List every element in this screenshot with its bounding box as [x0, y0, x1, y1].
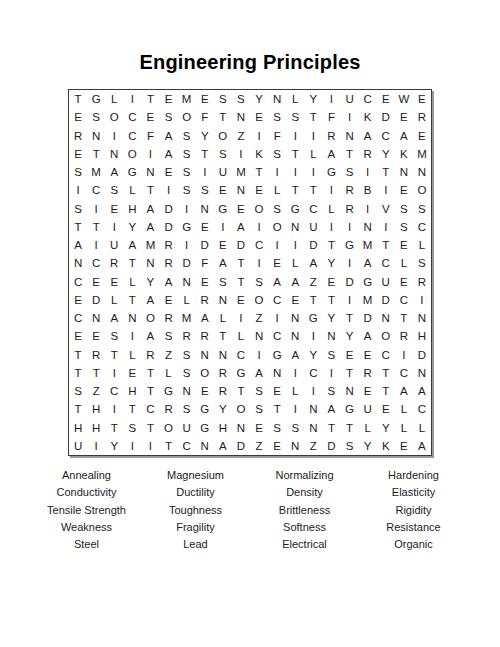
grid-cell-r4c16[interactable]: T: [341, 145, 359, 163]
grid-cell-r15c17[interactable]: E: [359, 346, 377, 364]
grid-cell-r20c15[interactable]: D: [322, 437, 340, 455]
grid-cell-r12c1[interactable]: E: [69, 291, 87, 309]
grid-cell-r3c16[interactable]: N: [341, 127, 359, 145]
grid-cell-r1c9[interactable]: S: [214, 90, 232, 108]
grid-cell-r18c20[interactable]: C: [413, 400, 431, 418]
grid-cell-r19c2[interactable]: H: [87, 419, 105, 437]
grid-cell-r2c15[interactable]: F: [322, 108, 340, 126]
grid-cell-r7c15[interactable]: L: [322, 200, 340, 218]
grid-cell-r6c8[interactable]: S: [196, 181, 214, 199]
grid-cell-r10c8[interactable]: F: [196, 254, 214, 272]
grid-cell-r11c15[interactable]: E: [322, 273, 340, 291]
grid-cell-r15c19[interactable]: I: [395, 346, 413, 364]
grid-cell-r17c11[interactable]: S: [250, 382, 268, 400]
grid-cell-r20c6[interactable]: T: [160, 437, 178, 455]
grid-cell-r5c15[interactable]: G: [322, 163, 340, 181]
grid-cell-r12c11[interactable]: O: [250, 291, 268, 309]
grid-cell-r10c19[interactable]: L: [395, 254, 413, 272]
grid-cell-r5c19[interactable]: N: [395, 163, 413, 181]
grid-cell-r3c15[interactable]: R: [322, 127, 340, 145]
grid-cell-r4c9[interactable]: S: [214, 145, 232, 163]
grid-cell-r4c15[interactable]: A: [322, 145, 340, 163]
grid-cell-r6c2[interactable]: C: [87, 181, 105, 199]
grid-cell-r4c11[interactable]: K: [250, 145, 268, 163]
grid-cell-r19c6[interactable]: O: [160, 419, 178, 437]
grid-cell-r19c16[interactable]: T: [341, 419, 359, 437]
grid-cell-r6c6[interactable]: I: [160, 181, 178, 199]
grid-cell-r8c7[interactable]: G: [178, 218, 196, 236]
grid-cell-r1c5[interactable]: T: [141, 90, 159, 108]
grid-cell-r15c15[interactable]: S: [322, 346, 340, 364]
grid-cell-r6c4[interactable]: L: [123, 181, 141, 199]
grid-cell-r11c18[interactable]: U: [377, 273, 395, 291]
grid-cell-r13c10[interactable]: I: [232, 309, 250, 327]
grid-cell-r9c1[interactable]: A: [69, 236, 87, 254]
grid-cell-r14c17[interactable]: A: [359, 327, 377, 345]
grid-cell-r11c11[interactable]: S: [250, 273, 268, 291]
grid-cell-r10c6[interactable]: R: [160, 254, 178, 272]
grid-cell-r16c17[interactable]: R: [359, 364, 377, 382]
grid-cell-r2c6[interactable]: S: [160, 108, 178, 126]
grid-cell-r10c1[interactable]: N: [69, 254, 87, 272]
grid-cell-r5c1[interactable]: S: [69, 163, 87, 181]
grid-cell-r11c9[interactable]: S: [214, 273, 232, 291]
grid-cell-r1c4[interactable]: I: [123, 90, 141, 108]
grid-cell-r17c10[interactable]: T: [232, 382, 250, 400]
grid-cell-r3c9[interactable]: O: [214, 127, 232, 145]
grid-cell-r10c7[interactable]: D: [178, 254, 196, 272]
grid-cell-r2c1[interactable]: E: [69, 108, 87, 126]
grid-cell-r5c8[interactable]: I: [196, 163, 214, 181]
grid-cell-r20c7[interactable]: C: [178, 437, 196, 455]
grid-cell-r8c20[interactable]: C: [413, 218, 431, 236]
grid-cell-r11c20[interactable]: R: [413, 273, 431, 291]
grid-cell-r11c10[interactable]: T: [232, 273, 250, 291]
grid-cell-r11c6[interactable]: A: [160, 273, 178, 291]
grid-cell-r20c10[interactable]: D: [232, 437, 250, 455]
grid-cell-r20c4[interactable]: I: [123, 437, 141, 455]
grid-cell-r20c13[interactable]: N: [286, 437, 304, 455]
grid-cell-r17c2[interactable]: Z: [87, 382, 105, 400]
grid-cell-r20c17[interactable]: Y: [359, 437, 377, 455]
grid-cell-r10c3[interactable]: R: [105, 254, 123, 272]
grid-cell-r1c17[interactable]: C: [359, 90, 377, 108]
grid-cell-r16c4[interactable]: E: [123, 364, 141, 382]
grid-cell-r16c11[interactable]: A: [250, 364, 268, 382]
grid-cell-r8c1[interactable]: T: [69, 218, 87, 236]
grid-cell-r7c6[interactable]: D: [160, 200, 178, 218]
grid-cell-r8c5[interactable]: A: [141, 218, 159, 236]
grid-cell-r5c13[interactable]: I: [286, 163, 304, 181]
grid-cell-r3c20[interactable]: E: [413, 127, 431, 145]
grid-cell-r2c3[interactable]: O: [105, 108, 123, 126]
grid-cell-r15c5[interactable]: R: [141, 346, 159, 364]
grid-cell-r14c10[interactable]: L: [232, 327, 250, 345]
grid-cell-r14c15[interactable]: N: [322, 327, 340, 345]
grid-cell-r10c16[interactable]: I: [341, 254, 359, 272]
grid-cell-r15c16[interactable]: E: [341, 346, 359, 364]
grid-cell-r19c7[interactable]: U: [178, 419, 196, 437]
grid-cell-r12c20[interactable]: I: [413, 291, 431, 309]
grid-cell-r9c14[interactable]: D: [304, 236, 322, 254]
grid-cell-r18c8[interactable]: G: [196, 400, 214, 418]
grid-cell-r12c4[interactable]: T: [123, 291, 141, 309]
grid-cell-r11c19[interactable]: E: [395, 273, 413, 291]
grid-cell-r8c13[interactable]: N: [286, 218, 304, 236]
grid-cell-r4c6[interactable]: A: [160, 145, 178, 163]
grid-cell-r10c4[interactable]: T: [123, 254, 141, 272]
grid-cell-r1c3[interactable]: L: [105, 90, 123, 108]
grid-cell-r6c11[interactable]: E: [250, 181, 268, 199]
grid-cell-r6c19[interactable]: E: [395, 181, 413, 199]
grid-cell-r2c17[interactable]: K: [359, 108, 377, 126]
grid-cell-r20c9[interactable]: A: [214, 437, 232, 455]
grid-cell-r16c7[interactable]: S: [178, 364, 196, 382]
grid-cell-r13c14[interactable]: G: [304, 309, 322, 327]
grid-cell-r1c11[interactable]: Y: [250, 90, 268, 108]
grid-cell-r12c16[interactable]: I: [341, 291, 359, 309]
grid-cell-r11c17[interactable]: G: [359, 273, 377, 291]
grid-cell-r5c5[interactable]: N: [141, 163, 159, 181]
grid-cell-r13c18[interactable]: N: [377, 309, 395, 327]
grid-cell-r3c13[interactable]: I: [286, 127, 304, 145]
grid-cell-r17c18[interactable]: T: [377, 382, 395, 400]
grid-cell-r14c14[interactable]: I: [304, 327, 322, 345]
grid-cell-r12c12[interactable]: C: [268, 291, 286, 309]
grid-cell-r9c5[interactable]: M: [141, 236, 159, 254]
grid-cell-r13c19[interactable]: T: [395, 309, 413, 327]
grid-cell-r4c2[interactable]: T: [87, 145, 105, 163]
grid-cell-r17c5[interactable]: T: [141, 382, 159, 400]
grid-cell-r8c18[interactable]: I: [377, 218, 395, 236]
grid-cell-r13c6[interactable]: R: [160, 309, 178, 327]
grid-cell-r11c5[interactable]: Y: [141, 273, 159, 291]
grid-cell-r18c18[interactable]: E: [377, 400, 395, 418]
grid-cell-r3c3[interactable]: I: [105, 127, 123, 145]
grid-cell-r2c7[interactable]: O: [178, 108, 196, 126]
grid-cell-r9c19[interactable]: E: [395, 236, 413, 254]
grid-cell-r4c7[interactable]: S: [178, 145, 196, 163]
grid-cell-r14c11[interactable]: N: [250, 327, 268, 345]
grid-cell-r19c9[interactable]: H: [214, 419, 232, 437]
grid-cell-r14c13[interactable]: N: [286, 327, 304, 345]
grid-cell-r14c1[interactable]: E: [69, 327, 87, 345]
grid-cell-r6c1[interactable]: I: [69, 181, 87, 199]
grid-cell-r1c16[interactable]: U: [341, 90, 359, 108]
grid-cell-r17c12[interactable]: E: [268, 382, 286, 400]
grid-cell-r19c5[interactable]: T: [141, 419, 159, 437]
grid-cell-r16c13[interactable]: I: [286, 364, 304, 382]
grid-cell-r8c10[interactable]: A: [232, 218, 250, 236]
grid-cell-r13c3[interactable]: A: [105, 309, 123, 327]
grid-cell-r1c1[interactable]: T: [69, 90, 87, 108]
grid-cell-r19c20[interactable]: L: [413, 419, 431, 437]
grid-cell-r12c9[interactable]: N: [214, 291, 232, 309]
grid-cell-r18c10[interactable]: O: [232, 400, 250, 418]
grid-cell-r14c19[interactable]: R: [395, 327, 413, 345]
grid-cell-r15c14[interactable]: Y: [304, 346, 322, 364]
grid-cell-r13c16[interactable]: T: [341, 309, 359, 327]
grid-cell-r1c14[interactable]: Y: [304, 90, 322, 108]
grid-cell-r10c11[interactable]: I: [250, 254, 268, 272]
grid-cell-r10c15[interactable]: Y: [322, 254, 340, 272]
grid-cell-r15c1[interactable]: T: [69, 346, 87, 364]
grid-cell-r16c19[interactable]: C: [395, 364, 413, 382]
grid-cell-r11c12[interactable]: A: [268, 273, 286, 291]
grid-cell-r13c4[interactable]: N: [123, 309, 141, 327]
grid-cell-r7c1[interactable]: S: [69, 200, 87, 218]
grid-cell-r2c9[interactable]: T: [214, 108, 232, 126]
grid-cell-r8c19[interactable]: S: [395, 218, 413, 236]
grid-cell-r14c12[interactable]: C: [268, 327, 286, 345]
grid-cell-r16c16[interactable]: T: [341, 364, 359, 382]
grid-cell-r10c2[interactable]: C: [87, 254, 105, 272]
grid-cell-r12c17[interactable]: M: [359, 291, 377, 309]
grid-cell-r12c19[interactable]: C: [395, 291, 413, 309]
grid-cell-r8c11[interactable]: I: [250, 218, 268, 236]
grid-cell-r3c7[interactable]: S: [178, 127, 196, 145]
grid-cell-r3c17[interactable]: A: [359, 127, 377, 145]
grid-cell-r19c12[interactable]: S: [268, 419, 286, 437]
grid-cell-r18c15[interactable]: A: [322, 400, 340, 418]
grid-cell-r7c13[interactable]: G: [286, 200, 304, 218]
grid-cell-r17c1[interactable]: S: [69, 382, 87, 400]
grid-cell-r1c13[interactable]: L: [286, 90, 304, 108]
grid-cell-r18c13[interactable]: I: [286, 400, 304, 418]
grid-cell-r14c5[interactable]: A: [141, 327, 159, 345]
grid-cell-r11c7[interactable]: N: [178, 273, 196, 291]
grid-cell-r9c13[interactable]: I: [286, 236, 304, 254]
grid-cell-r16c20[interactable]: N: [413, 364, 431, 382]
grid-cell-r11c1[interactable]: C: [69, 273, 87, 291]
grid-cell-r12c14[interactable]: T: [304, 291, 322, 309]
grid-cell-r6c12[interactable]: L: [268, 181, 286, 199]
grid-cell-r7c20[interactable]: S: [413, 200, 431, 218]
grid-cell-r14c9[interactable]: T: [214, 327, 232, 345]
grid-cell-r15c13[interactable]: A: [286, 346, 304, 364]
grid-cell-r16c12[interactable]: N: [268, 364, 286, 382]
grid-cell-r17c16[interactable]: N: [341, 382, 359, 400]
grid-cell-r16c2[interactable]: T: [87, 364, 105, 382]
grid-cell-r17c15[interactable]: S: [322, 382, 340, 400]
grid-cell-r14c18[interactable]: O: [377, 327, 395, 345]
grid-cell-r15c11[interactable]: I: [250, 346, 268, 364]
grid-cell-r12c10[interactable]: E: [232, 291, 250, 309]
grid-cell-r2c19[interactable]: E: [395, 108, 413, 126]
grid-cell-r9c16[interactable]: G: [341, 236, 359, 254]
grid-cell-r7c7[interactable]: I: [178, 200, 196, 218]
grid-cell-r16c10[interactable]: G: [232, 364, 250, 382]
grid-cell-r20c20[interactable]: A: [413, 437, 431, 455]
grid-cell-r6c15[interactable]: I: [322, 181, 340, 199]
grid-cell-r8c3[interactable]: I: [105, 218, 123, 236]
grid-cell-r3c18[interactable]: C: [377, 127, 395, 145]
grid-cell-r14c16[interactable]: Y: [341, 327, 359, 345]
grid-cell-r12c13[interactable]: E: [286, 291, 304, 309]
grid-cell-r12c6[interactable]: E: [160, 291, 178, 309]
grid-cell-r8c12[interactable]: O: [268, 218, 286, 236]
grid-cell-r10c10[interactable]: T: [232, 254, 250, 272]
grid-cell-r18c6[interactable]: R: [160, 400, 178, 418]
grid-cell-r7c18[interactable]: V: [377, 200, 395, 218]
grid-cell-r16c15[interactable]: I: [322, 364, 340, 382]
grid-cell-r12c5[interactable]: A: [141, 291, 159, 309]
grid-cell-r13c12[interactable]: I: [268, 309, 286, 327]
grid-cell-r19c17[interactable]: L: [359, 419, 377, 437]
grid-cell-r17c17[interactable]: E: [359, 382, 377, 400]
grid-cell-r15c7[interactable]: S: [178, 346, 196, 364]
grid-cell-r13c2[interactable]: N: [87, 309, 105, 327]
grid-cell-r19c8[interactable]: G: [196, 419, 214, 437]
grid-cell-r9c6[interactable]: R: [160, 236, 178, 254]
grid-cell-r11c16[interactable]: D: [341, 273, 359, 291]
grid-cell-r12c18[interactable]: D: [377, 291, 395, 309]
grid-cell-r5c6[interactable]: E: [160, 163, 178, 181]
grid-cell-r6c16[interactable]: R: [341, 181, 359, 199]
grid-cell-r9c20[interactable]: L: [413, 236, 431, 254]
grid-cell-r7c8[interactable]: N: [196, 200, 214, 218]
grid-cell-r4c18[interactable]: Y: [377, 145, 395, 163]
grid-cell-r10c14[interactable]: A: [304, 254, 322, 272]
grid-cell-r4c19[interactable]: K: [395, 145, 413, 163]
grid-cell-r8c14[interactable]: U: [304, 218, 322, 236]
grid-cell-r15c9[interactable]: N: [214, 346, 232, 364]
grid-cell-r6c20[interactable]: O: [413, 181, 431, 199]
grid-cell-r17c14[interactable]: I: [304, 382, 322, 400]
grid-cell-r5c2[interactable]: M: [87, 163, 105, 181]
grid-cell-r20c16[interactable]: S: [341, 437, 359, 455]
grid-cell-r18c4[interactable]: T: [123, 400, 141, 418]
grid-cell-r20c12[interactable]: E: [268, 437, 286, 455]
grid-cell-r2c18[interactable]: D: [377, 108, 395, 126]
grid-cell-r15c10[interactable]: C: [232, 346, 250, 364]
grid-cell-r11c14[interactable]: Z: [304, 273, 322, 291]
grid-cell-r10c5[interactable]: N: [141, 254, 159, 272]
grid-cell-r9c4[interactable]: A: [123, 236, 141, 254]
grid-cell-r16c8[interactable]: O: [196, 364, 214, 382]
grid-cell-r19c13[interactable]: S: [286, 419, 304, 437]
grid-cell-r14c20[interactable]: H: [413, 327, 431, 345]
grid-cell-r7c4[interactable]: H: [123, 200, 141, 218]
grid-cell-r5c10[interactable]: M: [232, 163, 250, 181]
grid-cell-r4c5[interactable]: I: [141, 145, 159, 163]
grid-cell-r7c12[interactable]: S: [268, 200, 286, 218]
grid-cell-r18c11[interactable]: S: [250, 400, 268, 418]
grid-cell-r2c8[interactable]: F: [196, 108, 214, 126]
grid-cell-r1c15[interactable]: I: [322, 90, 340, 108]
grid-cell-r16c6[interactable]: L: [160, 364, 178, 382]
grid-cell-r11c2[interactable]: E: [87, 273, 105, 291]
grid-cell-r4c14[interactable]: L: [304, 145, 322, 163]
grid-cell-r8c4[interactable]: Y: [123, 218, 141, 236]
grid-cell-r1c19[interactable]: W: [395, 90, 413, 108]
grid-cell-r2c12[interactable]: S: [268, 108, 286, 126]
grid-cell-r5c14[interactable]: I: [304, 163, 322, 181]
grid-cell-r19c15[interactable]: T: [322, 419, 340, 437]
grid-cell-r17c7[interactable]: N: [178, 382, 196, 400]
grid-cell-r13c20[interactable]: N: [413, 309, 431, 327]
grid-cell-r5c17[interactable]: I: [359, 163, 377, 181]
grid-cell-r15c8[interactable]: N: [196, 346, 214, 364]
grid-cell-r20c18[interactable]: K: [377, 437, 395, 455]
grid-cell-r9c7[interactable]: I: [178, 236, 196, 254]
grid-cell-r9c11[interactable]: C: [250, 236, 268, 254]
grid-cell-r15c6[interactable]: Z: [160, 346, 178, 364]
grid-cell-r2c10[interactable]: N: [232, 108, 250, 126]
grid-cell-r5c9[interactable]: U: [214, 163, 232, 181]
grid-cell-r7c14[interactable]: C: [304, 200, 322, 218]
grid-cell-r10c18[interactable]: C: [377, 254, 395, 272]
grid-cell-r18c12[interactable]: T: [268, 400, 286, 418]
grid-cell-r9c12[interactable]: I: [268, 236, 286, 254]
grid-cell-r5c18[interactable]: T: [377, 163, 395, 181]
grid-cell-r20c8[interactable]: N: [196, 437, 214, 455]
grid-cell-r13c5[interactable]: O: [141, 309, 159, 327]
grid-cell-r17c4[interactable]: H: [123, 382, 141, 400]
grid-cell-r16c1[interactable]: T: [69, 364, 87, 382]
grid-cell-r6c18[interactable]: I: [377, 181, 395, 199]
grid-cell-r20c5[interactable]: I: [141, 437, 159, 455]
grid-cell-r19c11[interactable]: E: [250, 419, 268, 437]
grid-cell-r20c3[interactable]: Y: [105, 437, 123, 455]
grid-cell-r15c20[interactable]: D: [413, 346, 431, 364]
grid-cell-r18c2[interactable]: H: [87, 400, 105, 418]
grid-cell-r4c12[interactable]: S: [268, 145, 286, 163]
grid-cell-r7c2[interactable]: I: [87, 200, 105, 218]
grid-cell-r6c14[interactable]: T: [304, 181, 322, 199]
grid-cell-r16c14[interactable]: C: [304, 364, 322, 382]
grid-cell-r9c10[interactable]: D: [232, 236, 250, 254]
grid-cell-r4c13[interactable]: T: [286, 145, 304, 163]
grid-cell-r12c15[interactable]: T: [322, 291, 340, 309]
grid-cell-r6c7[interactable]: S: [178, 181, 196, 199]
grid-cell-r17c19[interactable]: A: [395, 382, 413, 400]
grid-cell-r5c11[interactable]: T: [250, 163, 268, 181]
grid-cell-r2c13[interactable]: S: [286, 108, 304, 126]
grid-cell-r6c10[interactable]: N: [232, 181, 250, 199]
grid-cell-r1c18[interactable]: E: [377, 90, 395, 108]
grid-cell-r6c13[interactable]: T: [286, 181, 304, 199]
grid-cell-r17c9[interactable]: R: [214, 382, 232, 400]
grid-cell-r19c14[interactable]: N: [304, 419, 322, 437]
grid-cell-r7c9[interactable]: G: [214, 200, 232, 218]
grid-cell-r8c9[interactable]: I: [214, 218, 232, 236]
grid-cell-r4c17[interactable]: R: [359, 145, 377, 163]
grid-cell-r11c4[interactable]: L: [123, 273, 141, 291]
grid-cell-r3c12[interactable]: F: [268, 127, 286, 145]
grid-cell-r1c20[interactable]: E: [413, 90, 431, 108]
grid-cell-r5c12[interactable]: I: [268, 163, 286, 181]
grid-cell-r3c19[interactable]: A: [395, 127, 413, 145]
grid-cell-r14c7[interactable]: R: [178, 327, 196, 345]
grid-cell-r6c5[interactable]: T: [141, 181, 159, 199]
grid-cell-r19c18[interactable]: Y: [377, 419, 395, 437]
grid-cell-r1c12[interactable]: N: [268, 90, 286, 108]
grid-cell-r17c3[interactable]: C: [105, 382, 123, 400]
grid-cell-r15c2[interactable]: R: [87, 346, 105, 364]
grid-cell-r14c4[interactable]: I: [123, 327, 141, 345]
grid-cell-r15c12[interactable]: G: [268, 346, 286, 364]
grid-cell-r3c10[interactable]: Z: [232, 127, 250, 145]
grid-cell-r7c17[interactable]: I: [359, 200, 377, 218]
grid-cell-r12c3[interactable]: L: [105, 291, 123, 309]
grid-cell-r11c3[interactable]: E: [105, 273, 123, 291]
grid-cell-r4c1[interactable]: E: [69, 145, 87, 163]
grid-cell-r14c8[interactable]: R: [196, 327, 214, 345]
grid-cell-r19c10[interactable]: N: [232, 419, 250, 437]
grid-cell-r11c8[interactable]: E: [196, 273, 214, 291]
grid-cell-r2c4[interactable]: C: [123, 108, 141, 126]
